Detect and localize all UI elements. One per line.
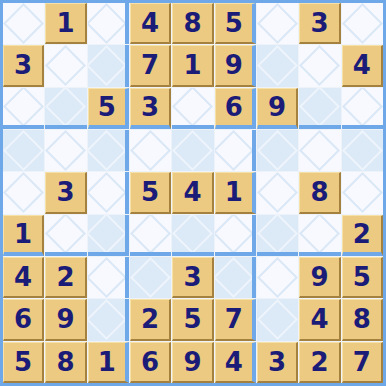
given-digit: 5 bbox=[14, 349, 32, 375]
given-digit: 4 bbox=[14, 264, 32, 290]
cell-r9c2[interactable]: 8 bbox=[45, 342, 86, 383]
cell-r4c7[interactable] bbox=[257, 130, 298, 171]
given-digit: 8 bbox=[183, 10, 201, 36]
cell-r9c5[interactable]: 9 bbox=[172, 342, 213, 383]
diamond-icon bbox=[342, 3, 383, 44]
cell-r8c5[interactable]: 5 bbox=[172, 299, 213, 340]
given-digit: 8 bbox=[353, 306, 371, 332]
diamond-icon bbox=[130, 130, 171, 171]
cell-r2c6[interactable]: 9 bbox=[215, 45, 256, 86]
given-digit: 4 bbox=[225, 349, 243, 375]
cell-r8c7[interactable] bbox=[257, 299, 298, 340]
cell-r1c6[interactable]: 5 bbox=[215, 3, 256, 44]
cell-r9c6[interactable]: 4 bbox=[215, 342, 256, 383]
cell-r4c6[interactable] bbox=[215, 130, 256, 171]
cell-r2c4[interactable]: 7 bbox=[130, 45, 171, 86]
given-digit: 7 bbox=[353, 349, 371, 375]
cell-r7c5[interactable]: 3 bbox=[172, 257, 213, 298]
diamond-icon bbox=[88, 172, 127, 213]
diamond-icon bbox=[3, 88, 44, 127]
cell-r2c3[interactable] bbox=[88, 45, 129, 86]
cell-r9c3[interactable]: 1 bbox=[88, 342, 129, 383]
cell-r5c7[interactable] bbox=[257, 172, 298, 213]
cell-r9c8[interactable]: 2 bbox=[299, 342, 340, 383]
cell-r6c5[interactable] bbox=[172, 215, 213, 256]
given-digit: 3 bbox=[141, 94, 159, 120]
given-digit: 8 bbox=[310, 179, 328, 205]
given-digit: 7 bbox=[141, 52, 159, 78]
diamond-icon bbox=[215, 215, 254, 254]
cell-r6c7[interactable] bbox=[257, 215, 298, 256]
diamond-icon bbox=[88, 3, 127, 44]
diamond-icon bbox=[130, 257, 171, 298]
cell-r6c2[interactable] bbox=[45, 215, 86, 256]
cell-r6c4[interactable] bbox=[130, 215, 171, 256]
diamond-icon bbox=[88, 130, 127, 171]
diamond-icon bbox=[257, 45, 298, 86]
cell-r4c9[interactable] bbox=[342, 130, 383, 171]
given-digit: 5 bbox=[98, 94, 116, 120]
diamond-icon bbox=[45, 215, 86, 254]
cell-r8c3[interactable] bbox=[88, 299, 129, 340]
cell-r2c9[interactable]: 4 bbox=[342, 45, 383, 86]
diamond-icon bbox=[3, 3, 44, 44]
given-digit: 5 bbox=[141, 179, 159, 205]
cell-r4c3[interactable] bbox=[88, 130, 129, 171]
cell-r1c2[interactable]: 1 bbox=[45, 3, 86, 44]
diamond-icon bbox=[299, 45, 340, 86]
given-digit: 1 bbox=[183, 52, 201, 78]
cell-r4c4[interactable] bbox=[130, 130, 171, 171]
cell-r6c6[interactable] bbox=[215, 215, 256, 256]
diamond-icon bbox=[257, 299, 298, 340]
diamond-icon bbox=[342, 88, 383, 127]
cell-r7c4[interactable] bbox=[130, 257, 171, 298]
cell-r6c9[interactable]: 2 bbox=[342, 215, 383, 256]
cell-r5c5[interactable]: 4 bbox=[172, 172, 213, 213]
cell-r3c6[interactable]: 6 bbox=[215, 88, 256, 129]
given-digit: 3 bbox=[268, 349, 286, 375]
cell-r4c2[interactable] bbox=[45, 130, 86, 171]
diamond-icon bbox=[257, 172, 298, 213]
cell-r9c7[interactable]: 3 bbox=[257, 342, 298, 383]
cell-r7c3[interactable] bbox=[88, 257, 129, 298]
diamond-icon bbox=[3, 172, 44, 213]
given-digit: 1 bbox=[56, 10, 74, 36]
diamond-icon bbox=[215, 257, 254, 298]
diamond-icon bbox=[299, 215, 340, 254]
cell-r8c2[interactable]: 9 bbox=[45, 299, 86, 340]
cell-r9c4[interactable]: 6 bbox=[130, 342, 171, 383]
cell-r4c5[interactable] bbox=[172, 130, 213, 171]
given-digit: 4 bbox=[353, 52, 371, 78]
cell-r7c9[interactable]: 5 bbox=[342, 257, 383, 298]
given-digit: 2 bbox=[310, 349, 328, 375]
given-digit: 6 bbox=[14, 306, 32, 332]
diamond-icon bbox=[172, 88, 213, 127]
given-digit: 3 bbox=[14, 52, 32, 78]
given-digit: 9 bbox=[56, 306, 74, 332]
given-digit: 2 bbox=[56, 264, 74, 290]
given-digit: 1 bbox=[225, 179, 243, 205]
given-digit: 9 bbox=[310, 264, 328, 290]
cell-r2c2[interactable] bbox=[45, 45, 86, 86]
given-digit: 1 bbox=[14, 221, 32, 247]
cell-r1c3[interactable] bbox=[88, 3, 129, 44]
cell-r1c8[interactable]: 3 bbox=[299, 3, 340, 44]
cell-r3c5[interactable] bbox=[172, 88, 213, 129]
cell-r3c2[interactable] bbox=[45, 88, 86, 129]
diamond-icon bbox=[257, 257, 298, 298]
cell-r9c1[interactable]: 5 bbox=[3, 342, 44, 383]
cell-r3c4[interactable]: 3 bbox=[130, 88, 171, 129]
cell-r4c1[interactable] bbox=[3, 130, 44, 171]
cell-r5c3[interactable] bbox=[88, 172, 129, 213]
diamond-icon bbox=[45, 130, 86, 171]
cell-r6c3[interactable] bbox=[88, 215, 129, 256]
cell-r2c7[interactable] bbox=[257, 45, 298, 86]
diamond-icon bbox=[3, 130, 44, 171]
diamond-icon bbox=[257, 3, 298, 44]
diamond-icon bbox=[172, 130, 213, 171]
given-digit: 2 bbox=[353, 221, 371, 247]
cell-r5c4[interactable]: 5 bbox=[130, 172, 171, 213]
cell-r7c1[interactable]: 4 bbox=[3, 257, 44, 298]
given-digit: 9 bbox=[268, 94, 286, 120]
diamond-icon bbox=[299, 130, 340, 171]
given-digit: 3 bbox=[310, 10, 328, 36]
sudoku-board: 1485337194536935418124239569257485816943… bbox=[0, 0, 386, 386]
cell-r1c5[interactable]: 8 bbox=[172, 3, 213, 44]
given-digit: 8 bbox=[56, 349, 74, 375]
given-digit: 5 bbox=[225, 10, 243, 36]
diamond-icon bbox=[88, 215, 127, 254]
diamond-icon bbox=[45, 45, 86, 86]
diamond-icon bbox=[45, 88, 86, 127]
cell-r5c2[interactable]: 3 bbox=[45, 172, 86, 213]
diamond-icon bbox=[257, 130, 298, 171]
cell-r8c9[interactable]: 8 bbox=[342, 299, 383, 340]
cell-r7c8[interactable]: 9 bbox=[299, 257, 340, 298]
given-digit: 6 bbox=[141, 349, 159, 375]
cell-r9c9[interactable]: 7 bbox=[342, 342, 383, 383]
given-digit: 3 bbox=[183, 264, 201, 290]
diamond-icon bbox=[257, 215, 298, 254]
cell-r1c9[interactable] bbox=[342, 3, 383, 44]
given-digit: 9 bbox=[183, 349, 201, 375]
diamond-icon bbox=[88, 299, 127, 340]
cell-r8c6[interactable]: 7 bbox=[215, 299, 256, 340]
cell-r3c8[interactable] bbox=[299, 88, 340, 129]
cell-r7c7[interactable] bbox=[257, 257, 298, 298]
cell-r8c4[interactable]: 2 bbox=[130, 299, 171, 340]
cell-r5c8[interactable]: 8 bbox=[299, 172, 340, 213]
cell-r1c7[interactable] bbox=[257, 3, 298, 44]
cell-r3c1[interactable] bbox=[3, 88, 44, 129]
diamond-icon bbox=[342, 172, 383, 213]
given-digit: 5 bbox=[353, 264, 371, 290]
cell-r3c9[interactable] bbox=[342, 88, 383, 129]
diamond-icon bbox=[299, 88, 340, 127]
cell-r5c1[interactable] bbox=[3, 172, 44, 213]
given-digit: 4 bbox=[183, 179, 201, 205]
given-digit: 5 bbox=[183, 306, 201, 332]
cell-r7c6[interactable] bbox=[215, 257, 256, 298]
cell-r5c9[interactable] bbox=[342, 172, 383, 213]
diamond-icon bbox=[88, 45, 127, 86]
given-digit: 3 bbox=[56, 179, 74, 205]
cell-r3c3[interactable]: 5 bbox=[88, 88, 129, 129]
diamond-icon bbox=[88, 257, 127, 298]
cell-r2c8[interactable] bbox=[299, 45, 340, 86]
diamond-icon bbox=[130, 215, 171, 254]
given-digit: 2 bbox=[141, 306, 159, 332]
cell-r1c4[interactable]: 4 bbox=[130, 3, 171, 44]
given-digit: 6 bbox=[225, 94, 243, 120]
given-digit: 1 bbox=[98, 349, 116, 375]
cell-r2c5[interactable]: 1 bbox=[172, 45, 213, 86]
diamond-icon bbox=[342, 130, 383, 171]
given-digit: 7 bbox=[225, 306, 243, 332]
cell-r8c1[interactable]: 6 bbox=[3, 299, 44, 340]
cell-r7c2[interactable]: 2 bbox=[45, 257, 86, 298]
cell-r5c6[interactable]: 1 bbox=[215, 172, 256, 213]
cell-r4c8[interactable] bbox=[299, 130, 340, 171]
given-digit: 4 bbox=[141, 10, 159, 36]
given-digit: 4 bbox=[310, 306, 328, 332]
cell-r6c8[interactable] bbox=[299, 215, 340, 256]
diamond-icon bbox=[215, 130, 254, 171]
cell-r3c7[interactable]: 9 bbox=[257, 88, 298, 129]
diamond-icon bbox=[172, 215, 213, 254]
cell-r6c1[interactable]: 1 bbox=[3, 215, 44, 256]
cell-r8c8[interactable]: 4 bbox=[299, 299, 340, 340]
cell-r1c1[interactable] bbox=[3, 3, 44, 44]
cell-r2c1[interactable]: 3 bbox=[3, 45, 44, 86]
given-digit: 9 bbox=[225, 52, 243, 78]
